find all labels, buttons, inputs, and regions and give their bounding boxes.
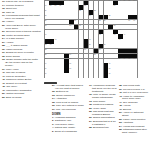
cell-number: 8 [104,0,105,2]
cell-number: 34 [79,25,81,27]
grid-cell[interactable] [84,10,88,14]
cell-number: 54 [99,49,101,51]
grid-cell[interactable]: 33 [69,25,73,29]
grid-cell[interactable]: 6 [94,1,98,5]
grid-cell[interactable] [49,34,53,38]
grid-cell[interactable] [123,44,127,48]
grid-cell[interactable] [54,44,58,48]
grid-cell[interactable] [89,63,93,67]
grid-cell[interactable]: 47 [118,39,122,43]
grid-cell[interactable] [113,73,117,77]
grid-cell[interactable] [118,15,122,19]
grid-cell[interactable]: 11 [123,1,127,5]
cell-number: 28 [99,20,101,22]
grid-cell[interactable]: 68 [69,68,73,72]
grid-cell[interactable]: 39 [108,30,112,34]
grid-cell[interactable] [113,15,117,19]
grid-cell[interactable] [69,10,73,14]
cell-number: 2 [64,0,65,2]
grid-cell[interactable]: 9 [108,1,112,5]
grid-cell[interactable]: 53 [84,49,88,53]
grid-cell[interactable]: 60 [118,59,122,63]
grid-cell[interactable] [128,39,132,43]
grid-cell[interactable] [108,44,112,48]
grid-cell[interactable]: 2 [64,1,68,5]
grid-cell[interactable] [59,10,63,14]
grid-cell[interactable] [69,34,73,38]
grid-cell[interactable] [64,44,68,48]
grid-cell[interactable] [133,68,137,72]
grid-cell[interactable]: 35 [113,25,117,29]
grid-cell[interactable]: 24 [89,15,93,19]
cell-number: 45 [55,39,57,41]
grid-cell[interactable] [74,59,78,63]
grid-cell[interactable] [113,49,117,53]
grid-cell[interactable] [54,73,58,77]
grid-cell[interactable] [104,34,108,38]
grid-cell[interactable] [49,30,53,34]
grid-cell[interactable] [64,39,68,43]
cell-number: 59 [69,58,71,60]
grid-cell[interactable] [133,5,137,9]
grid-cell[interactable] [123,5,127,9]
grid-cell[interactable] [64,15,68,19]
cell-number: 27 [74,20,76,22]
grid-cell[interactable]: 51 [104,44,108,48]
grid-cell[interactable] [123,73,127,77]
grid-cell[interactable] [123,63,127,67]
grid-cell[interactable] [89,73,93,77]
grid-cell[interactable]: 29 [104,20,108,24]
grid-cell[interactable] [113,54,117,58]
grid-cell[interactable] [49,63,53,67]
grid-cell[interactable]: 63 [133,59,137,63]
grid-cell[interactable] [79,34,83,38]
grid-cell[interactable] [108,34,112,38]
grid-cell[interactable] [94,34,98,38]
grid-cell[interactable]: 49 [49,44,53,48]
grid-cell[interactable] [128,10,132,14]
cell-number: 23 [45,15,47,17]
grid-cell[interactable] [84,25,88,29]
cell-number: 41 [45,34,47,36]
grid-cell[interactable] [79,63,83,67]
bottom-clue-column-3: 38. Man being lost?39. Plexico's record,… [119,85,148,136]
grid-cell[interactable]: 57 [94,54,98,58]
grid-cell[interactable] [104,54,108,58]
crossword-grid: 1234567891011121314151617181920212223242… [44,0,138,78]
grid-cell[interactable]: 41 [45,34,49,38]
cell-number: 63 [133,58,135,60]
cell-number: 33 [69,25,71,27]
cell-number: 47 [119,39,121,41]
grid-cell[interactable] [128,68,132,72]
cell-number: 70 [45,73,47,75]
grid-cell[interactable] [108,20,112,24]
grid-cell[interactable] [99,10,103,14]
grid-cell[interactable] [123,10,127,14]
grid-cell[interactable] [113,39,117,43]
grid-cell[interactable]: 27 [74,20,78,24]
grid-cell[interactable] [128,25,132,29]
grid-cell[interactable]: 34 [79,25,83,29]
grid-cell[interactable] [128,5,132,9]
cell-number: 55 [45,54,47,56]
grid-cell[interactable] [89,25,93,29]
cell-number: 65 [69,63,71,65]
grid-cell[interactable] [113,10,117,14]
cell-number: 53 [84,49,86,51]
grid-cell[interactable] [54,10,58,14]
grid-cell[interactable] [128,63,132,67]
grid-cell[interactable] [104,5,108,9]
grid-cell[interactable] [49,68,53,72]
grid-cell[interactable]: 42 [99,34,103,38]
cell-number: 15 [50,5,52,7]
grid-cell[interactable] [128,44,132,48]
grid-cell[interactable] [113,68,117,72]
grid-cell[interactable] [84,15,88,19]
cell-number: 16 [55,5,57,7]
grid-cell[interactable] [84,73,88,77]
grid-cell[interactable] [54,25,58,29]
grid-cell[interactable]: 70 [45,73,49,77]
grid-cell[interactable] [133,44,137,48]
cell-number: 10 [119,0,121,2]
grid-cell[interactable] [89,20,93,24]
cell-number: 50 [89,44,91,46]
grid-cell[interactable]: 30 [128,20,132,24]
grid-cell[interactable] [54,20,58,24]
grid-cell[interactable] [89,5,93,9]
grid-cell[interactable] [94,59,98,63]
grid-cell[interactable] [118,44,122,48]
grid-cell[interactable] [108,54,112,58]
grid-cell[interactable] [94,68,98,72]
grid-cell[interactable] [99,25,103,29]
black-cell [104,73,108,77]
grid-cell[interactable]: 50 [89,44,93,48]
grid-cell[interactable] [54,54,58,58]
grid-cell[interactable] [123,25,127,29]
grid-cell[interactable] [133,34,137,38]
grid-cell[interactable] [59,20,63,24]
grid-cell[interactable] [74,44,78,48]
cell-number: 44 [123,34,125,36]
cell-number: 56 [69,54,71,56]
grid-cell[interactable] [79,49,83,53]
grid-cell[interactable] [94,73,98,77]
grid-cell[interactable]: 31 [133,20,137,24]
grid-cell[interactable]: 28 [99,20,103,24]
grid-cell[interactable] [84,20,88,24]
grid-cell[interactable] [79,1,83,5]
grid-cell[interactable] [49,54,53,58]
grid-cell[interactable] [99,73,103,77]
crossword-page: 11. Pigeon org. for 2 seasons14. Popular… [0,0,150,150]
clue-item: 28. Beachfront bar [89,127,117,130]
grid-cell[interactable]: 19 [113,5,117,9]
grid-cell[interactable] [104,10,108,14]
grid-cell[interactable] [84,30,88,34]
cell-number: 25 [109,15,111,17]
grid-cell[interactable] [54,59,58,63]
grid-cell[interactable] [64,25,68,29]
grid-cell[interactable] [74,34,78,38]
grid-cell[interactable] [49,10,53,14]
grid-cell[interactable]: 44 [123,34,127,38]
grid-cell[interactable] [74,49,78,53]
grid-cell[interactable] [59,49,63,53]
grid-cell[interactable] [118,10,122,14]
grid-cell[interactable] [79,30,83,34]
grid-cell[interactable]: 12 [128,1,132,5]
grid-cell[interactable] [133,63,137,67]
grid-cell[interactable] [133,10,137,14]
grid-cell[interactable] [49,73,53,77]
cell-number: 6 [94,0,95,2]
grid-cell[interactable] [94,30,98,34]
grid-cell[interactable] [84,59,88,63]
cell-number: 5 [89,0,90,2]
grid-cell[interactable] [84,63,88,67]
grid-cell[interactable] [54,63,58,67]
grid-cell[interactable] [118,73,122,77]
grid-cell[interactable]: 5 [89,1,93,5]
cell-number: 29 [104,20,106,22]
cell-number: 64 [45,63,47,65]
cell-number: 11 [123,0,125,2]
grid-cell[interactable] [113,44,117,48]
grid-cell[interactable]: 17 [59,5,63,9]
grid-cell[interactable] [133,39,137,43]
grid-cell[interactable] [113,59,117,63]
grid-cell[interactable] [84,54,88,58]
cell-number: 17 [59,5,61,7]
clue-item: 5. Scrub at a snowbank [52,131,86,134]
grid-cell[interactable]: 13 [133,1,137,5]
grid-cell[interactable] [74,5,78,9]
black-cell [64,63,68,67]
grid-cell[interactable] [59,39,63,43]
black-cell [104,63,108,67]
grid-cell[interactable] [64,73,68,77]
grid-cell[interactable] [49,59,53,63]
grid-cell[interactable]: 4 [74,1,78,5]
cell-number: 1 [45,0,46,2]
grid-cell[interactable] [54,30,58,34]
grid-cell[interactable] [128,73,132,77]
grid-cell[interactable] [108,5,112,9]
grid-cell[interactable] [79,68,83,72]
grid-cell[interactable] [118,68,122,72]
cell-number: 36 [45,29,47,31]
cell-number: 4 [74,0,75,2]
grid-cell[interactable] [84,34,88,38]
grid-cell[interactable] [99,68,103,72]
black-cell [133,49,137,53]
grid-cell[interactable] [79,44,83,48]
grid-cell[interactable] [79,59,83,63]
grid-cell[interactable]: 43 [113,34,117,38]
grid-cell[interactable] [74,54,78,58]
grid-cell[interactable] [59,73,63,77]
grid-cell[interactable]: 38 [104,30,108,34]
grid-cell[interactable]: 61 [123,59,127,63]
grid-cell[interactable] [59,54,63,58]
grid-cell[interactable] [79,73,83,77]
grid-cell[interactable] [94,20,98,24]
grid-cell[interactable] [64,10,68,14]
grid-cell[interactable] [59,68,63,72]
cell-number: 21 [79,10,81,12]
grid-cell[interactable]: 8 [104,1,108,5]
bottom-clue-column-2: 11. Hamburger business that gives you th… [89,85,117,131]
grid-cell[interactable] [94,44,98,48]
black-cell [84,39,88,43]
cell-number: 22 [94,10,96,12]
cell-number: 39 [109,29,111,31]
cell-number: 7 [99,0,100,2]
grid-cell[interactable] [99,54,103,58]
cell-number: 38 [104,29,106,31]
grid-cell[interactable] [99,63,103,67]
grid-cell[interactable] [113,63,117,67]
grid-cell[interactable] [64,34,68,38]
grid-cell[interactable] [59,15,63,19]
cell-number: 51 [104,44,106,46]
grid-cell[interactable] [89,54,93,58]
grid-cell[interactable] [108,49,112,53]
grid-cell[interactable] [69,15,73,19]
grid-cell[interactable]: 10 [118,1,122,5]
grid-cell[interactable] [69,5,73,9]
grid-cell[interactable] [69,30,73,34]
grid-cell[interactable]: 54 [99,49,103,53]
grid-cell[interactable] [59,25,63,29]
cell-number: 37 [74,29,76,31]
grid-cell[interactable] [123,20,127,24]
cell-number: 20 [45,10,47,12]
grid-cell[interactable] [69,39,73,43]
grid-cell[interactable]: 7 [99,1,103,5]
grid-cell[interactable] [89,49,93,53]
grid-cell[interactable] [74,68,78,72]
grid-cell[interactable] [69,73,73,77]
grid-cell[interactable] [123,39,127,43]
black-cell [64,59,68,63]
grid-cell[interactable]: 71 [108,73,112,77]
grid-cell[interactable] [64,49,68,53]
grid-cell[interactable] [59,30,63,34]
grid-cell[interactable] [94,25,98,29]
grid-cell[interactable]: 3 [69,1,73,5]
grid-cell[interactable] [94,63,98,67]
grid-cell[interactable] [49,15,53,19]
grid-cell[interactable]: 25 [108,15,112,19]
grid-cell[interactable] [64,20,68,24]
cell-number: 46 [89,39,91,41]
grid-cell[interactable]: 21 [79,10,83,14]
grid-cell[interactable] [133,25,137,29]
grid-cell[interactable] [79,54,83,58]
bottom-clue-column-1: 57. All-night diner that makes you feel … [52,85,86,134]
grid-cell[interactable] [59,44,63,48]
grid-cell[interactable] [123,68,127,72]
grid-cell[interactable]: 18 [84,5,88,9]
grid-cell[interactable] [99,39,103,43]
grid-cell[interactable] [123,15,127,19]
cell-number: 52 [45,49,47,51]
grid-cell[interactable] [118,20,122,24]
grid-cell[interactable] [89,59,93,63]
cell-number: 57 [94,54,96,56]
grid-cell[interactable] [64,30,68,34]
grid-cell[interactable] [54,68,58,72]
cell-number: 71 [109,73,111,75]
grid-cell[interactable] [94,15,98,19]
grid-cell[interactable] [94,39,98,43]
clue-item: 67. Mid-April concerns [52,109,86,112]
grid-cell[interactable]: 22 [94,10,98,14]
grid-cell[interactable] [54,15,58,19]
grid-cell[interactable]: 40 [118,30,122,34]
grid-cell[interactable] [49,25,53,29]
grid-cell[interactable]: 45 [54,39,58,43]
grid-cell[interactable]: 62 [128,59,132,63]
grid-cell[interactable] [89,68,93,72]
cell-number: 60 [119,58,121,60]
black-cell [104,68,108,72]
grid-cell[interactable]: 15 [49,5,53,9]
grid-cell[interactable]: 37 [74,30,78,34]
grid-cell[interactable] [118,5,122,9]
grid-cell[interactable]: 16 [54,5,58,9]
grid-cell[interactable] [64,5,68,9]
grid-cell[interactable] [128,34,132,38]
grid-cell[interactable] [128,30,132,34]
cell-number: 66 [109,63,111,65]
grid-cell[interactable] [99,59,103,63]
grid-cell[interactable] [79,39,83,43]
grid-cell[interactable] [59,59,63,63]
cell-number: 14 [45,5,47,7]
grid-cell[interactable] [89,30,93,34]
grid-cell[interactable] [79,15,83,19]
grid-cell[interactable] [118,63,122,67]
grid-cell[interactable] [49,49,53,53]
grid-cell[interactable] [133,73,137,77]
grid-cell[interactable] [74,63,78,67]
grid-cell[interactable] [69,44,73,48]
grid-cell[interactable] [99,5,103,9]
grid-cell[interactable] [84,68,88,72]
grid-cell[interactable] [49,20,53,24]
clue-item: 52. Back on board [2,97,41,100]
grid-cell[interactable] [108,39,112,43]
grid-cell[interactable] [104,49,108,53]
grid-cell[interactable] [74,73,78,77]
grid-cell[interactable] [74,10,78,14]
grid-cell[interactable] [104,59,108,63]
grid-cell[interactable] [54,49,58,53]
grid-cell[interactable] [59,34,63,38]
cell-number: 67 [45,68,47,70]
grid-cell[interactable] [59,63,63,67]
cell-number: 35 [114,25,116,27]
grid-cell[interactable] [133,30,137,34]
grid-cell[interactable] [74,39,78,43]
